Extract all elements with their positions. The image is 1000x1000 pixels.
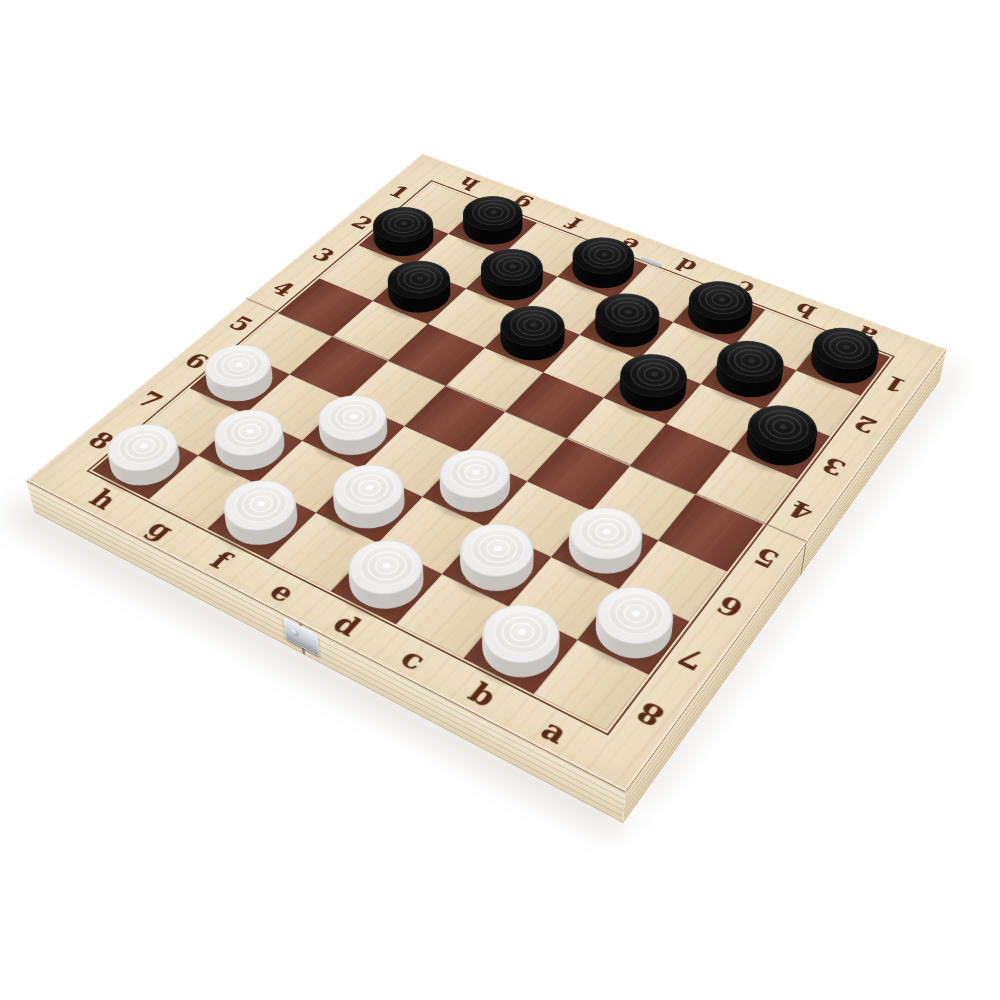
pieces-layer (26, 154, 946, 792)
product-photo-scene: 12345678 12345678 hgfedcba hgfedcba (0, 0, 1000, 1000)
board-top-surface: 12345678 12345678 hgfedcba hgfedcba (26, 154, 946, 792)
checkers-board: 12345678 12345678 hgfedcba hgfedcba (26, 154, 946, 792)
fold-crack-right (800, 543, 806, 576)
